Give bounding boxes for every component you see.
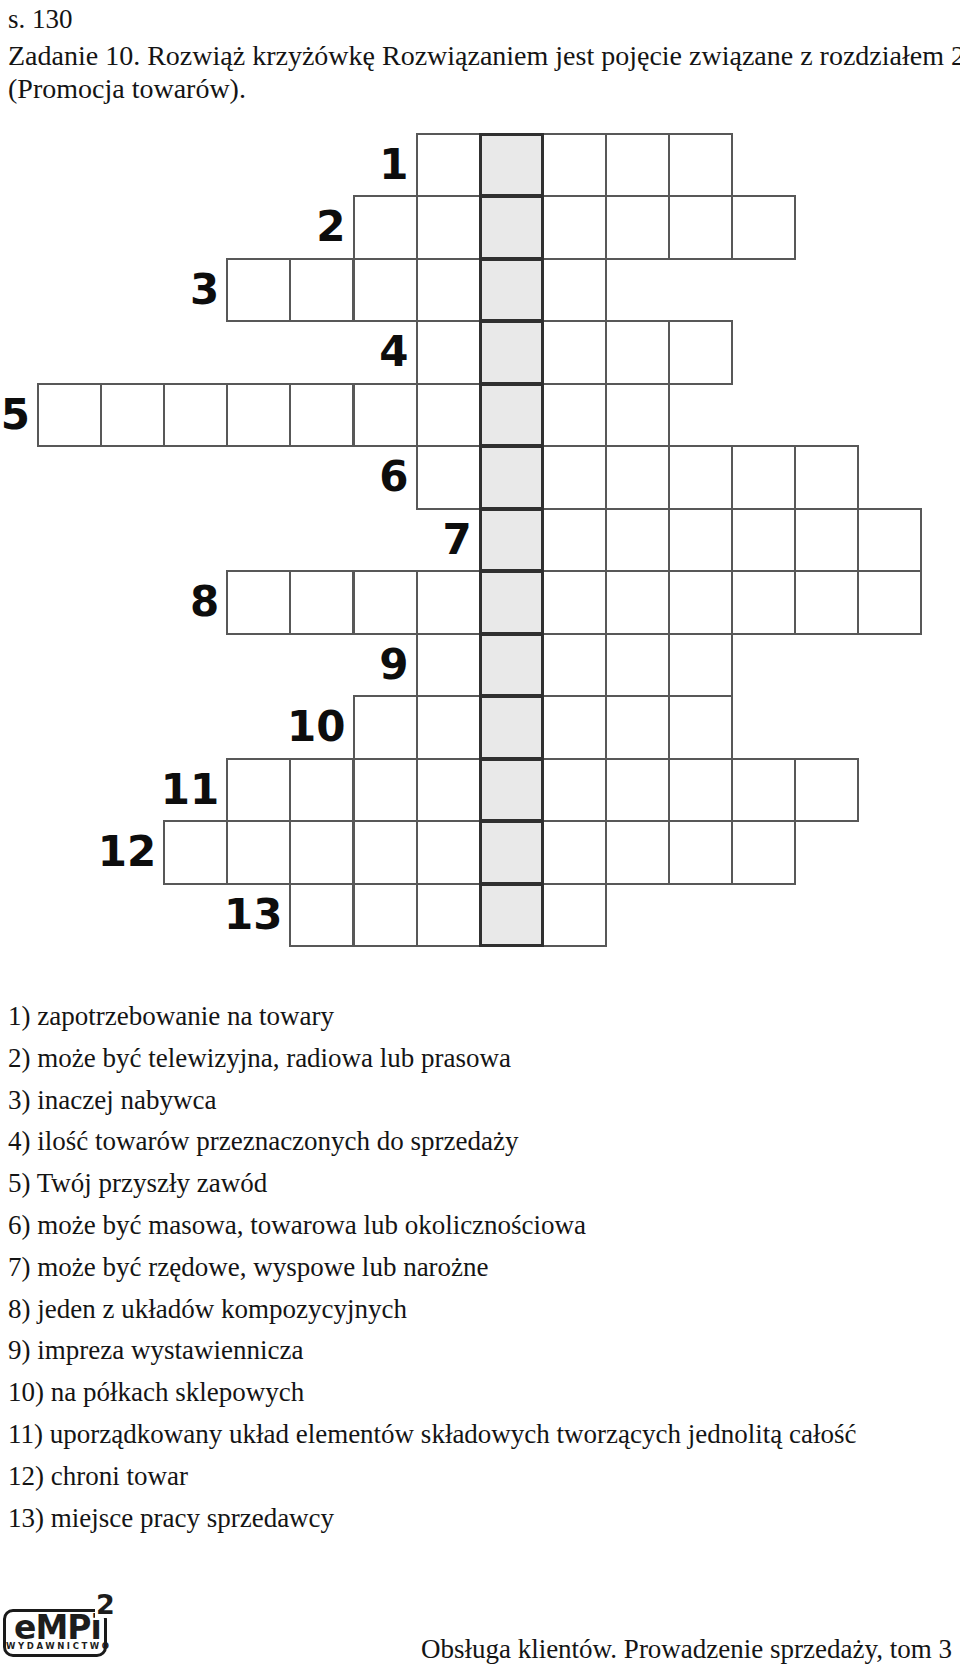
crossword-cell[interactable] (416, 633, 481, 698)
crossword-cell[interactable] (605, 320, 670, 385)
crossword-cell[interactable] (542, 570, 607, 635)
crossword-cell[interactable] (668, 195, 733, 260)
crossword-cell-solution[interactable] (479, 320, 544, 385)
crossword-cell[interactable] (416, 820, 481, 885)
crossword-cell[interactable] (416, 383, 481, 448)
crossword-cell[interactable] (226, 758, 291, 823)
crossword-cell[interactable] (668, 633, 733, 698)
crossword-cell[interactable] (542, 695, 607, 760)
crossword-cell-solution[interactable] (479, 820, 544, 885)
clue-6: 6) może być masowa, towarowa lub okolicz… (8, 1210, 586, 1241)
crossword-cell[interactable] (289, 758, 354, 823)
crossword-cell[interactable] (289, 258, 354, 323)
crossword-cell[interactable] (542, 383, 607, 448)
crossword-cell[interactable] (542, 820, 607, 885)
crossword-cell[interactable] (416, 570, 481, 635)
crossword-cell[interactable] (353, 195, 418, 260)
crossword-cell[interactable] (668, 320, 733, 385)
crossword-cell-solution[interactable] (479, 445, 544, 510)
row-number-10: 10 (276, 706, 346, 748)
crossword-cell[interactable] (226, 383, 291, 448)
row-number-11: 11 (149, 769, 219, 811)
crossword-cell[interactable] (668, 133, 733, 198)
crossword-cell[interactable] (731, 758, 796, 823)
crossword-cell[interactable] (226, 570, 291, 635)
clue-8: 8) jeden z układów kompozycyjnych (8, 1294, 407, 1325)
crossword-cell[interactable] (731, 820, 796, 885)
crossword-cell[interactable] (857, 570, 922, 635)
crossword-cell-solution[interactable] (479, 570, 544, 635)
crossword-cell[interactable] (605, 195, 670, 260)
clue-13: 13) miejsce pracy sprzedawcy (8, 1503, 334, 1534)
crossword-cell[interactable] (353, 383, 418, 448)
row-number-13: 13 (212, 894, 282, 936)
crossword-cell[interactable] (542, 320, 607, 385)
crossword-cell[interactable] (416, 320, 481, 385)
crossword-cell[interactable] (605, 383, 670, 448)
crossword-cell[interactable] (416, 883, 481, 948)
crossword-cell[interactable] (668, 445, 733, 510)
crossword-cell[interactable] (605, 445, 670, 510)
clue-5: 5) Twój przyszły zawód (8, 1168, 267, 1199)
crossword-cell[interactable] (668, 758, 733, 823)
crossword-cell[interactable] (794, 508, 859, 573)
crossword-cell[interactable] (731, 445, 796, 510)
crossword-cell[interactable] (794, 570, 859, 635)
crossword-cell[interactable] (605, 758, 670, 823)
crossword-cell[interactable] (668, 820, 733, 885)
crossword-cell[interactable] (416, 195, 481, 260)
crossword-cell[interactable] (542, 633, 607, 698)
crossword-cell-solution[interactable] (479, 258, 544, 323)
row-number-1: 1 (339, 144, 409, 186)
crossword-cell[interactable] (605, 133, 670, 198)
crossword-cell[interactable] (416, 695, 481, 760)
crossword-cell[interactable] (605, 820, 670, 885)
crossword-cell[interactable] (542, 758, 607, 823)
crossword-cell[interactable] (605, 695, 670, 760)
crossword-cell[interactable] (289, 820, 354, 885)
clue-2: 2) może być telewizyjna, radiowa lub pra… (8, 1043, 511, 1074)
crossword-cell[interactable] (605, 508, 670, 573)
crossword-cell[interactable] (289, 570, 354, 635)
publisher-logo: eMPi 2 WYDAWNICTWO (3, 1609, 107, 1657)
clue-11: 11) uporządkowany układ elementów składo… (8, 1419, 856, 1450)
publisher-logo-subtext: WYDAWNICTWO (6, 1641, 104, 1651)
crossword-cell-solution[interactable] (479, 508, 544, 573)
crossword-cell[interactable] (100, 383, 165, 448)
row-number-6: 6 (339, 456, 409, 498)
row-number-3: 3 (149, 269, 219, 311)
crossword-cell-solution[interactable] (479, 758, 544, 823)
crossword-cell[interactable] (857, 508, 922, 573)
row-number-4: 4 (339, 331, 409, 373)
worksheet-page: s. 130 Zadanie 10. Rozwiąż krzyżówkę Roz… (0, 0, 960, 1665)
crossword-cell[interactable] (542, 195, 607, 260)
crossword-cell[interactable] (226, 820, 291, 885)
clue-7: 7) może być rzędowe, wyspowe lub narożne (8, 1252, 489, 1283)
crossword-cell[interactable] (163, 383, 228, 448)
crossword-cell[interactable] (542, 883, 607, 948)
crossword-cell[interactable] (416, 445, 481, 510)
crossword-cell[interactable] (353, 570, 418, 635)
crossword-cell[interactable] (542, 258, 607, 323)
crossword-cell[interactable] (37, 383, 102, 448)
clue-9: 9) impreza wystawiennicza (8, 1335, 303, 1366)
crossword-cell[interactable] (226, 258, 291, 323)
crossword-cell[interactable] (731, 570, 796, 635)
crossword-cell[interactable] (353, 820, 418, 885)
book-title-footer: Obsługa klientów. Prowadzenie sprzedaży,… (421, 1634, 952, 1665)
publisher-logo-superscript: 2 (95, 1591, 116, 1618)
crossword-cell[interactable] (289, 883, 354, 948)
crossword-board: 12345678910111213 (0, 0, 960, 960)
crossword-cell[interactable] (605, 633, 670, 698)
crossword-cell[interactable] (353, 883, 418, 948)
crossword-cell[interactable] (668, 695, 733, 760)
row-number-5: 5 (0, 394, 30, 436)
row-number-8: 8 (149, 581, 219, 623)
crossword-cell[interactable] (353, 758, 418, 823)
clue-3: 3) inaczej nabywca (8, 1085, 216, 1116)
crossword-cell-solution[interactable] (479, 633, 544, 698)
crossword-cell-solution[interactable] (479, 695, 544, 760)
crossword-cell-solution[interactable] (479, 383, 544, 448)
crossword-cell-solution[interactable] (479, 883, 544, 948)
crossword-cell[interactable] (289, 383, 354, 448)
row-number-2: 2 (276, 206, 346, 248)
crossword-cell[interactable] (794, 758, 859, 823)
crossword-cell[interactable] (605, 570, 670, 635)
crossword-cell[interactable] (542, 508, 607, 573)
crossword-cell[interactable] (416, 758, 481, 823)
clue-1: 1) zapotrzebowanie na towary (8, 1001, 334, 1032)
crossword-cell[interactable] (731, 195, 796, 260)
crossword-cell[interactable] (416, 258, 481, 323)
row-number-12: 12 (86, 831, 156, 873)
crossword-cell[interactable] (668, 508, 733, 573)
crossword-cell[interactable] (542, 133, 607, 198)
crossword-cell[interactable] (353, 695, 418, 760)
crossword-cell[interactable] (416, 133, 481, 198)
crossword-cell-solution[interactable] (479, 195, 544, 260)
crossword-cell[interactable] (794, 445, 859, 510)
clue-10: 10) na półkach sklepowych (8, 1377, 304, 1408)
crossword-cell-solution[interactable] (479, 133, 544, 198)
crossword-cell[interactable] (163, 820, 228, 885)
crossword-cell[interactable] (353, 258, 418, 323)
crossword-cell[interactable] (542, 445, 607, 510)
row-number-9: 9 (339, 644, 409, 686)
crossword-cell[interactable] (731, 508, 796, 573)
crossword-cell[interactable] (668, 570, 733, 635)
clue-12: 12) chroni towar (8, 1461, 188, 1492)
clue-4: 4) ilość towarów przeznaczonych do sprze… (8, 1126, 519, 1157)
row-number-7: 7 (402, 519, 472, 561)
